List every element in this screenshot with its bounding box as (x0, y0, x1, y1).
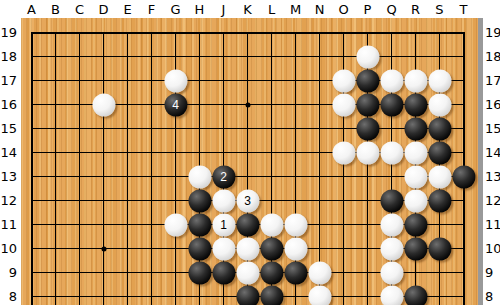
white-stone-R13 (404, 165, 427, 188)
row-label-left-17: 17 (0, 73, 17, 89)
numbered-black-stone-G16: 4 (164, 93, 187, 116)
black-stone-S10 (428, 237, 451, 260)
row-label-right-9: 9 (485, 265, 493, 281)
col-label-N: N (315, 2, 325, 17)
white-stone-P14 (356, 141, 379, 164)
row-label-right-18: 18 (485, 49, 500, 65)
white-stone-Q9 (380, 261, 403, 284)
row-label-left-18: 18 (0, 49, 17, 65)
col-label-T: T (460, 2, 468, 17)
col-label-C: C (75, 2, 84, 17)
row-label-right-14: 14 (485, 145, 500, 161)
white-stone-Q10 (380, 237, 403, 260)
white-stone-S16 (428, 93, 451, 116)
row-label-right-10: 10 (485, 241, 500, 257)
black-stone-R16 (404, 93, 427, 116)
col-label-R: R (411, 2, 420, 17)
col-label-B: B (51, 2, 60, 17)
black-stone-R11 (404, 213, 427, 236)
go-game-screenshot: 4231ABCDEFGHJKLMNOPQRST19191818171716161… (0, 0, 500, 305)
numbered-white-stone-J11: 1 (212, 213, 235, 236)
white-stone-D16 (92, 93, 115, 116)
row-label-left-11: 11 (0, 217, 17, 233)
black-stone-R15 (404, 117, 427, 140)
white-stone-O16 (332, 93, 355, 116)
black-stone-L9 (260, 261, 283, 284)
black-stone-S12 (428, 189, 451, 212)
col-label-P: P (364, 2, 372, 17)
col-label-J: J (222, 2, 226, 17)
row-label-right-16: 16 (485, 97, 500, 113)
white-stone-R17 (404, 69, 427, 92)
row-label-left-14: 14 (0, 145, 17, 161)
white-stone-J12 (212, 189, 235, 212)
grid-line-horizontal-18 (31, 56, 465, 57)
row-label-left-10: 10 (0, 241, 17, 257)
white-stone-Q8 (380, 285, 403, 305)
black-stone-H11 (188, 213, 211, 236)
grid-line-vertical-B (55, 32, 56, 305)
black-stone-S14 (428, 141, 451, 164)
row-label-left-16: 16 (0, 97, 17, 113)
grid-line-vertical-E (127, 32, 128, 305)
col-label-E: E (123, 2, 131, 17)
black-stone-K11 (236, 213, 259, 236)
white-stone-H13 (188, 165, 211, 188)
col-label-K: K (243, 2, 252, 17)
black-stone-P16 (356, 93, 379, 116)
col-label-A: A (27, 2, 36, 17)
star-point-K16 (245, 102, 250, 107)
white-stone-G17 (164, 69, 187, 92)
col-label-D: D (98, 2, 108, 17)
black-stone-H12 (188, 189, 211, 212)
white-stone-Q17 (380, 69, 403, 92)
col-label-M: M (290, 2, 301, 17)
black-stone-J9 (212, 261, 235, 284)
white-stone-S13 (428, 165, 451, 188)
row-label-right-12: 12 (485, 193, 500, 209)
black-stone-H10 (188, 237, 211, 260)
white-stone-N8 (308, 285, 331, 305)
black-stone-S15 (428, 117, 451, 140)
white-stone-J10 (212, 237, 235, 260)
row-label-right-11: 11 (485, 217, 500, 233)
black-stone-P17 (356, 69, 379, 92)
row-label-left-8: 8 (0, 289, 17, 305)
row-label-right-19: 19 (485, 25, 500, 41)
row-label-right-15: 15 (485, 121, 500, 137)
grid-line-horizontal-15 (31, 128, 465, 129)
black-stone-M9 (284, 261, 307, 284)
col-label-G: G (170, 2, 180, 17)
white-stone-P18 (356, 45, 379, 68)
col-label-Q: Q (386, 2, 396, 17)
white-stone-N9 (308, 261, 331, 284)
black-stone-R10 (404, 237, 427, 260)
col-label-S: S (435, 2, 443, 17)
white-stone-Q11 (380, 213, 403, 236)
black-stone-Q16 (380, 93, 403, 116)
black-stone-L10 (260, 237, 283, 260)
white-stone-Q14 (380, 141, 403, 164)
white-stone-R12 (404, 189, 427, 212)
white-stone-M10 (284, 237, 307, 260)
black-stone-T13 (452, 165, 475, 188)
grid-line-vertical-C (79, 32, 80, 305)
black-stone-H9 (188, 261, 211, 284)
row-label-right-17: 17 (485, 73, 500, 89)
grid-line-horizontal-13 (31, 176, 465, 177)
white-stone-K10 (236, 237, 259, 260)
col-label-H: H (195, 2, 205, 17)
col-label-O: O (338, 2, 348, 17)
white-stone-M11 (284, 213, 307, 236)
row-label-left-12: 12 (0, 193, 17, 209)
black-stone-R8 (404, 285, 427, 305)
white-stone-R14 (404, 141, 427, 164)
numbered-black-stone-J13: 2 (212, 165, 235, 188)
row-label-left-9: 9 (0, 265, 17, 281)
row-label-left-19: 19 (0, 25, 17, 41)
white-stone-O17 (332, 69, 355, 92)
black-stone-L8 (260, 285, 283, 305)
white-stone-S17 (428, 69, 451, 92)
black-stone-Q12 (380, 189, 403, 212)
col-label-F: F (148, 2, 155, 17)
white-stone-G11 (164, 213, 187, 236)
board-edge-shadow (478, 18, 483, 305)
black-stone-P15 (356, 117, 379, 140)
star-point-D10 (101, 246, 106, 251)
row-label-right-13: 13 (485, 169, 500, 185)
row-label-left-15: 15 (0, 121, 17, 137)
grid-line-horizontal-19 (31, 32, 465, 34)
white-stone-K9 (236, 261, 259, 284)
row-label-right-8: 8 (485, 289, 493, 305)
grid-line-vertical-A (31, 32, 33, 305)
white-stone-O14 (332, 141, 355, 164)
row-label-left-13: 13 (0, 169, 17, 185)
numbered-white-stone-K12: 3 (236, 189, 259, 212)
col-label-L: L (268, 2, 275, 17)
grid-line-vertical-F (151, 32, 152, 305)
grid-line-vertical-D (103, 32, 104, 305)
white-stone-L11 (260, 213, 283, 236)
black-stone-K8 (236, 285, 259, 305)
